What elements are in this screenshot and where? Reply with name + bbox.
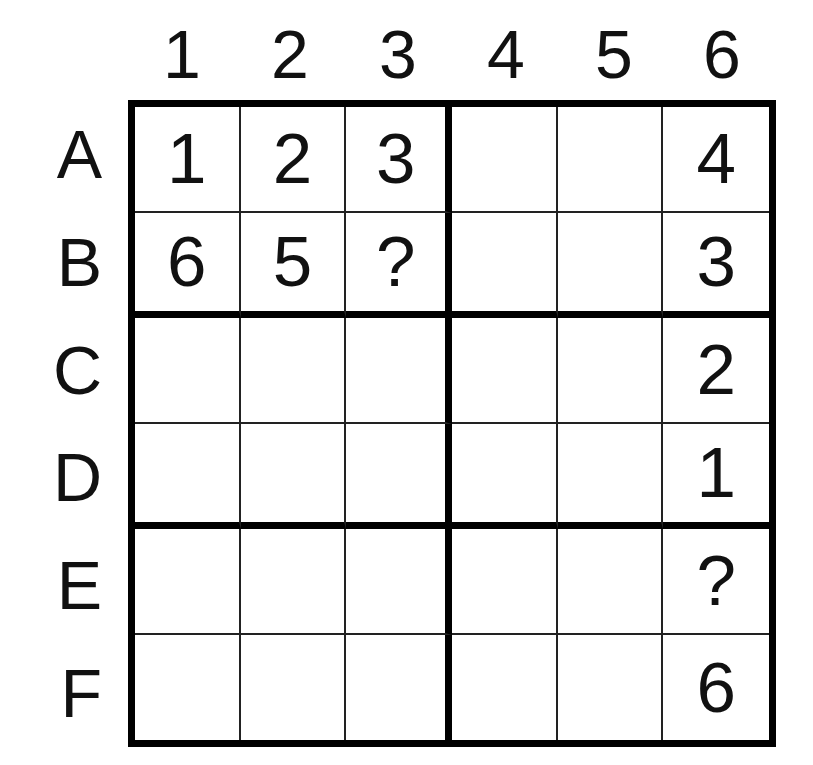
cell-C1[interactable] (135, 318, 241, 424)
cell-B5[interactable] (558, 213, 664, 319)
sudoku-board: 1 2 3 4 6 5 ? 3 2 1 ? 6 (128, 100, 776, 747)
column-label-4: 4 (452, 0, 560, 100)
cell-A5[interactable] (558, 107, 664, 213)
row-label-B: B (0, 208, 128, 316)
cell-A1[interactable]: 1 (135, 107, 241, 213)
row-label-C: C (0, 316, 128, 424)
cell-F1[interactable] (135, 635, 241, 741)
cell-D2[interactable] (241, 424, 347, 530)
cell-B3[interactable]: ? (346, 213, 452, 319)
cell-C2[interactable] (241, 318, 347, 424)
sudoku-diagram: 1 2 3 4 5 6 A B C D E F 1 2 3 4 6 5 ? 3 … (0, 0, 813, 765)
cell-A4[interactable] (452, 107, 558, 213)
cell-F2[interactable] (241, 635, 347, 741)
column-label-1: 1 (128, 0, 236, 100)
cell-D3[interactable] (346, 424, 452, 530)
row-label-E: E (0, 531, 128, 639)
cell-D5[interactable] (558, 424, 664, 530)
cell-C4[interactable] (452, 318, 558, 424)
cell-B4[interactable] (452, 213, 558, 319)
cell-F3[interactable] (346, 635, 452, 741)
row-label-D: D (0, 424, 128, 532)
cell-F5[interactable] (558, 635, 664, 741)
cell-E2[interactable] (241, 529, 347, 635)
cell-A3[interactable]: 3 (346, 107, 452, 213)
cell-F6[interactable]: 6 (663, 635, 769, 741)
cell-E4[interactable] (452, 529, 558, 635)
cell-E5[interactable] (558, 529, 664, 635)
cell-A2[interactable]: 2 (241, 107, 347, 213)
column-label-5: 5 (560, 0, 668, 100)
cell-B2[interactable]: 5 (241, 213, 347, 319)
cell-C6[interactable]: 2 (663, 318, 769, 424)
column-label-6: 6 (668, 0, 776, 100)
row-label-F: F (0, 639, 128, 747)
cell-D1[interactable] (135, 424, 241, 530)
cell-E6[interactable]: ? (663, 529, 769, 635)
cell-C3[interactable] (346, 318, 452, 424)
cell-F4[interactable] (452, 635, 558, 741)
row-labels: A B C D E F (0, 100, 128, 747)
cell-B6[interactable]: 3 (663, 213, 769, 319)
cell-E3[interactable] (346, 529, 452, 635)
column-label-3: 3 (344, 0, 452, 100)
cell-D6[interactable]: 1 (663, 424, 769, 530)
cell-B1[interactable]: 6 (135, 213, 241, 319)
cell-D4[interactable] (452, 424, 558, 530)
column-labels: 1 2 3 4 5 6 (128, 0, 776, 100)
row-label-A: A (0, 100, 128, 208)
cell-A6[interactable]: 4 (663, 107, 769, 213)
cell-E1[interactable] (135, 529, 241, 635)
column-label-2: 2 (236, 0, 344, 100)
cell-C5[interactable] (558, 318, 664, 424)
